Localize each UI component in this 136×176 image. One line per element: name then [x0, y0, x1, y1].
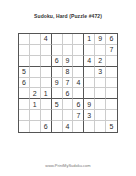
- cell-r7c4: 5: [52, 99, 63, 110]
- cell-r5c6: 4: [73, 78, 84, 89]
- cell-r3c1: [19, 56, 30, 67]
- cell-r1c5: [63, 34, 74, 45]
- cell-r7c2: 1: [30, 99, 41, 110]
- cell-r1c9: 6: [106, 34, 117, 45]
- cell-r8c5: [63, 110, 74, 121]
- puzzle-title: Sudoku, Hard (Puzzle #472): [0, 13, 136, 19]
- cell-r7c3: [41, 99, 52, 110]
- cell-r8c3: [41, 110, 52, 121]
- cell-r3c9: [106, 56, 117, 67]
- cell-r5c7: [84, 78, 95, 89]
- cell-r3c3: [41, 56, 52, 67]
- cell-r6c1: [19, 88, 30, 99]
- cell-r3c7: 4: [84, 56, 95, 67]
- cell-r4c4: [52, 67, 63, 78]
- cell-r5c9: [106, 78, 117, 89]
- cell-r7c7: 9: [84, 99, 95, 110]
- cell-r9c9: 5: [106, 121, 117, 132]
- cell-r1c4: [52, 34, 63, 45]
- cell-r1c8: 9: [95, 34, 106, 45]
- cell-r3c8: 2: [95, 56, 106, 67]
- cell-r1c3: 4: [41, 34, 52, 45]
- cell-r4c9: [106, 67, 117, 78]
- cell-r6c6: [73, 88, 84, 99]
- cell-r7c9: [106, 99, 117, 110]
- cell-r6c2: 2: [30, 88, 41, 99]
- cell-r9c3: 6: [41, 121, 52, 132]
- footer-url: www.PrintMySudoku.com: [0, 163, 136, 168]
- cell-r4c3: [41, 67, 52, 78]
- cell-r4c7: [84, 67, 95, 78]
- cell-r2c3: [41, 45, 52, 56]
- cell-r9c6: [73, 121, 84, 132]
- cell-r7c6: 6: [73, 99, 84, 110]
- cell-r2c9: 7: [106, 45, 117, 56]
- cell-r8c9: [106, 110, 117, 121]
- cell-r4c5: 8: [63, 67, 74, 78]
- cell-r8c6: 7: [73, 110, 84, 121]
- cell-r7c8: [95, 99, 106, 110]
- cell-r5c2: [30, 78, 41, 89]
- cell-r3c6: [73, 56, 84, 67]
- cell-r9c7: [84, 121, 95, 132]
- cell-r1c7: 1: [84, 34, 95, 45]
- cell-r5c5: 7: [63, 78, 74, 89]
- cell-r4c8: 3: [95, 67, 106, 78]
- cell-r6c4: [52, 88, 63, 99]
- cell-r8c7: 3: [84, 110, 95, 121]
- cell-r2c4: [52, 45, 63, 56]
- cell-r8c8: [95, 110, 106, 121]
- cell-r8c2: [30, 110, 41, 121]
- cell-r2c7: [84, 45, 95, 56]
- cell-r9c2: [30, 121, 41, 132]
- cell-r2c6: [73, 45, 84, 56]
- cell-r6c5: 6: [63, 88, 74, 99]
- cell-r9c8: [95, 121, 106, 132]
- cell-r9c4: [52, 121, 63, 132]
- cell-r5c8: [95, 78, 106, 89]
- cell-r2c1: [19, 45, 30, 56]
- cell-r5c3: [41, 78, 52, 89]
- cell-r1c6: [73, 34, 84, 45]
- cell-r2c2: [30, 45, 41, 56]
- sudoku-board: 4196769425836974216156973645: [18, 33, 118, 133]
- cell-r6c9: [106, 88, 117, 99]
- cell-r1c2: [30, 34, 41, 45]
- cell-r6c7: [84, 88, 95, 99]
- cell-r4c1: 5: [19, 67, 30, 78]
- cell-r2c8: [95, 45, 106, 56]
- cell-r9c1: [19, 121, 30, 132]
- cell-r7c1: [19, 99, 30, 110]
- cell-r5c4: 9: [52, 78, 63, 89]
- cell-r8c4: [52, 110, 63, 121]
- cell-r6c8: [95, 88, 106, 99]
- cell-r5c1: 6: [19, 78, 30, 89]
- cell-r3c5: 9: [63, 56, 74, 67]
- cell-r8c1: [19, 110, 30, 121]
- cell-r2c5: [63, 45, 74, 56]
- cell-r4c6: [73, 67, 84, 78]
- cell-r6c3: 1: [41, 88, 52, 99]
- cell-r7c5: [63, 99, 74, 110]
- cell-r3c2: [30, 56, 41, 67]
- cell-r3c4: 6: [52, 56, 63, 67]
- cell-r1c1: [19, 34, 30, 45]
- cell-r9c5: 4: [63, 121, 74, 132]
- cell-r4c2: [30, 67, 41, 78]
